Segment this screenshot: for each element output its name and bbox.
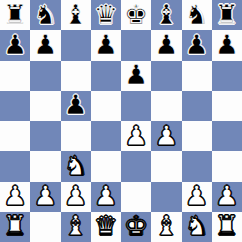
- piece-white-pawn[interactable]: ♟: [94, 182, 118, 209]
- square-f8[interactable]: ♝: [151, 0, 181, 30]
- square-c1[interactable]: ♝: [61, 212, 91, 242]
- square-c3[interactable]: ♞: [61, 151, 91, 181]
- piece-white-knight[interactable]: ♞: [185, 212, 209, 239]
- square-b1[interactable]: [30, 212, 60, 242]
- square-e3[interactable]: [121, 151, 151, 181]
- square-e5[interactable]: [121, 91, 151, 121]
- piece-white-knight[interactable]: ♞: [64, 152, 88, 179]
- square-h5[interactable]: [212, 91, 242, 121]
- square-g1[interactable]: ♞: [182, 212, 212, 242]
- square-h6[interactable]: [212, 61, 242, 91]
- piece-white-rook[interactable]: ♜: [3, 212, 27, 239]
- piece-black-pawn[interactable]: ♟: [215, 31, 239, 58]
- square-b8[interactable]: ♞: [30, 0, 60, 30]
- square-b6[interactable]: [30, 61, 60, 91]
- piece-black-rook[interactable]: ♜: [215, 1, 239, 28]
- square-c5[interactable]: ♟: [61, 91, 91, 121]
- chess-board: ♜♞♝♛♚♝♞♜♟♟♟♟♟♟♟♟♟♟♞♟♟♟♟♟♟♜♝♛♚♝♞♜: [0, 0, 242, 242]
- square-a4[interactable]: [0, 121, 30, 151]
- square-d5[interactable]: [91, 91, 121, 121]
- piece-white-bishop[interactable]: ♝: [154, 212, 178, 239]
- square-a2[interactable]: ♟: [0, 182, 30, 212]
- square-d4[interactable]: [91, 121, 121, 151]
- square-e6[interactable]: ♟: [121, 61, 151, 91]
- square-a5[interactable]: [0, 91, 30, 121]
- piece-white-rook[interactable]: ♜: [215, 212, 239, 239]
- square-b5[interactable]: [30, 91, 60, 121]
- piece-black-king[interactable]: ♚: [124, 1, 148, 28]
- piece-white-pawn[interactable]: ♟: [215, 182, 239, 209]
- piece-black-pawn[interactable]: ♟: [64, 91, 88, 118]
- piece-black-bishop[interactable]: ♝: [64, 1, 88, 28]
- square-a8[interactable]: ♜: [0, 0, 30, 30]
- square-f5[interactable]: [151, 91, 181, 121]
- square-d2[interactable]: ♟: [91, 182, 121, 212]
- piece-white-bishop[interactable]: ♝: [64, 212, 88, 239]
- square-c8[interactable]: ♝: [61, 0, 91, 30]
- piece-white-pawn[interactable]: ♟: [154, 122, 178, 149]
- piece-black-pawn[interactable]: ♟: [154, 31, 178, 58]
- square-b4[interactable]: [30, 121, 60, 151]
- piece-black-bishop[interactable]: ♝: [154, 1, 178, 28]
- square-e1[interactable]: ♚: [121, 212, 151, 242]
- square-f3[interactable]: [151, 151, 181, 181]
- square-e8[interactable]: ♚: [121, 0, 151, 30]
- square-h7[interactable]: ♟: [212, 30, 242, 60]
- square-f1[interactable]: ♝: [151, 212, 181, 242]
- piece-black-pawn[interactable]: ♟: [185, 31, 209, 58]
- square-g6[interactable]: [182, 61, 212, 91]
- piece-black-pawn[interactable]: ♟: [124, 61, 148, 88]
- piece-white-pawn[interactable]: ♟: [3, 182, 27, 209]
- square-g8[interactable]: ♞: [182, 0, 212, 30]
- square-b7[interactable]: ♟: [30, 30, 60, 60]
- piece-black-rook[interactable]: ♜: [3, 1, 27, 28]
- square-c7[interactable]: [61, 30, 91, 60]
- piece-white-pawn[interactable]: ♟: [124, 122, 148, 149]
- piece-black-pawn[interactable]: ♟: [3, 31, 27, 58]
- square-g5[interactable]: [182, 91, 212, 121]
- square-d7[interactable]: ♟: [91, 30, 121, 60]
- piece-white-queen[interactable]: ♛: [94, 212, 118, 239]
- square-b2[interactable]: ♟: [30, 182, 60, 212]
- piece-white-king[interactable]: ♚: [124, 212, 148, 239]
- square-a3[interactable]: [0, 151, 30, 181]
- piece-black-queen[interactable]: ♛: [94, 1, 118, 28]
- square-h8[interactable]: ♜: [212, 0, 242, 30]
- piece-black-knight[interactable]: ♞: [33, 1, 57, 28]
- square-f4[interactable]: ♟: [151, 121, 181, 151]
- square-b3[interactable]: [30, 151, 60, 181]
- square-e4[interactable]: ♟: [121, 121, 151, 151]
- square-g2[interactable]: ♟: [182, 182, 212, 212]
- square-d6[interactable]: [91, 61, 121, 91]
- square-c2[interactable]: ♟: [61, 182, 91, 212]
- square-e7[interactable]: [121, 30, 151, 60]
- square-h1[interactable]: ♜: [212, 212, 242, 242]
- square-h4[interactable]: [212, 121, 242, 151]
- square-d1[interactable]: ♛: [91, 212, 121, 242]
- square-a1[interactable]: ♜: [0, 212, 30, 242]
- square-d3[interactable]: [91, 151, 121, 181]
- square-h3[interactable]: [212, 151, 242, 181]
- piece-black-pawn[interactable]: ♟: [33, 31, 57, 58]
- piece-white-pawn[interactable]: ♟: [64, 182, 88, 209]
- square-a7[interactable]: ♟: [0, 30, 30, 60]
- piece-black-knight[interactable]: ♞: [185, 1, 209, 28]
- square-d8[interactable]: ♛: [91, 0, 121, 30]
- square-f2[interactable]: [151, 182, 181, 212]
- square-g3[interactable]: [182, 151, 212, 181]
- square-a6[interactable]: [0, 61, 30, 91]
- square-h2[interactable]: ♟: [212, 182, 242, 212]
- square-c6[interactable]: [61, 61, 91, 91]
- piece-white-pawn[interactable]: ♟: [185, 182, 209, 209]
- square-f7[interactable]: ♟: [151, 30, 181, 60]
- piece-black-pawn[interactable]: ♟: [94, 31, 118, 58]
- square-g4[interactable]: [182, 121, 212, 151]
- square-g7[interactable]: ♟: [182, 30, 212, 60]
- square-f6[interactable]: [151, 61, 181, 91]
- square-e2[interactable]: [121, 182, 151, 212]
- square-c4[interactable]: [61, 121, 91, 151]
- piece-white-pawn[interactable]: ♟: [33, 182, 57, 209]
